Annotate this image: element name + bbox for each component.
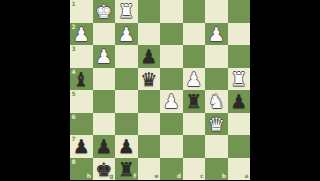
piece-black-rook[interactable]: ♜: [183, 90, 206, 113]
rank-label-6: 6: [72, 114, 76, 120]
square-c3[interactable]: [183, 45, 206, 68]
file-label-d: d: [177, 173, 181, 179]
square-e1[interactable]: [138, 0, 161, 23]
square-f1[interactable]: ♜: [115, 0, 138, 23]
square-e7[interactable]: [138, 135, 161, 158]
square-c5[interactable]: ♜: [183, 90, 206, 113]
rank-label-5: 5: [72, 91, 76, 97]
square-h6[interactable]: 6: [70, 113, 93, 136]
file-label-a: a: [244, 173, 248, 179]
piece-black-pawn[interactable]: ♟: [228, 90, 251, 113]
piece-white-pawn[interactable]: ♟: [205, 23, 228, 46]
square-d3[interactable]: [160, 45, 183, 68]
square-f5[interactable]: [115, 90, 138, 113]
square-d5[interactable]: ♟: [160, 90, 183, 113]
square-b8[interactable]: b: [205, 158, 228, 181]
square-f3[interactable]: [115, 45, 138, 68]
square-e3[interactable]: ♟: [138, 45, 161, 68]
square-f2[interactable]: ♟: [115, 23, 138, 46]
piece-white-pawn[interactable]: ♟: [93, 45, 116, 68]
square-c7[interactable]: [183, 135, 206, 158]
square-c8[interactable]: c: [183, 158, 206, 181]
rank-label-1: 1: [72, 1, 76, 7]
chess-board: 1♚♜2♟♟♟3♟♟4♝♛♟♜5♟♜♞♟6♛7♟♟♟8hg♚f♜edcba: [70, 0, 250, 180]
square-a4[interactable]: ♜: [228, 68, 251, 91]
chess-app-stage: 1♚♜2♟♟♟3♟♟4♝♛♟♜5♟♜♞♟6♛7♟♟♟8hg♚f♜edcba: [0, 0, 320, 180]
file-label-h: h: [87, 173, 91, 179]
piece-white-pawn[interactable]: ♟: [160, 90, 183, 113]
square-e8[interactable]: e: [138, 158, 161, 181]
piece-black-pawn[interactable]: ♟: [115, 135, 138, 158]
letterbox-left: [0, 0, 70, 180]
square-h8[interactable]: 8h: [70, 158, 93, 181]
piece-black-king[interactable]: ♚: [93, 158, 116, 181]
piece-black-rook[interactable]: ♜: [115, 158, 138, 181]
piece-white-knight[interactable]: ♞: [205, 90, 228, 113]
square-h4[interactable]: 4♝: [70, 68, 93, 91]
square-d8[interactable]: d: [160, 158, 183, 181]
piece-black-pawn[interactable]: ♟: [138, 45, 161, 68]
square-d1[interactable]: [160, 0, 183, 23]
square-c1[interactable]: [183, 0, 206, 23]
piece-white-pawn[interactable]: ♟: [70, 23, 93, 46]
square-g4[interactable]: [93, 68, 116, 91]
square-b7[interactable]: [205, 135, 228, 158]
square-g6[interactable]: [93, 113, 116, 136]
square-a8[interactable]: a: [228, 158, 251, 181]
square-a1[interactable]: [228, 0, 251, 23]
square-b4[interactable]: [205, 68, 228, 91]
square-h2[interactable]: 2♟: [70, 23, 93, 46]
piece-white-pawn[interactable]: ♟: [183, 68, 206, 91]
square-g7[interactable]: ♟: [93, 135, 116, 158]
square-a6[interactable]: [228, 113, 251, 136]
piece-black-pawn[interactable]: ♟: [70, 135, 93, 158]
file-label-e: e: [154, 173, 158, 179]
square-a2[interactable]: [228, 23, 251, 46]
square-e4[interactable]: ♛: [138, 68, 161, 91]
letterbox-right: [250, 0, 320, 180]
square-h1[interactable]: 1: [70, 0, 93, 23]
square-d6[interactable]: [160, 113, 183, 136]
square-e6[interactable]: [138, 113, 161, 136]
piece-white-queen[interactable]: ♛: [205, 113, 228, 136]
square-h7[interactable]: 7♟: [70, 135, 93, 158]
square-d7[interactable]: [160, 135, 183, 158]
file-label-b: b: [222, 173, 226, 179]
square-d4[interactable]: [160, 68, 183, 91]
piece-white-rook[interactable]: ♜: [115, 0, 138, 23]
square-e5[interactable]: [138, 90, 161, 113]
piece-black-bishop[interactable]: ♝: [70, 68, 93, 91]
square-a5[interactable]: ♟: [228, 90, 251, 113]
piece-black-queen[interactable]: ♛: [138, 68, 161, 91]
square-c2[interactable]: [183, 23, 206, 46]
square-b1[interactable]: [205, 0, 228, 23]
square-g5[interactable]: [93, 90, 116, 113]
piece-white-pawn[interactable]: ♟: [115, 23, 138, 46]
square-c6[interactable]: [183, 113, 206, 136]
square-f4[interactable]: [115, 68, 138, 91]
piece-white-king[interactable]: ♚: [93, 0, 116, 23]
square-h5[interactable]: 5: [70, 90, 93, 113]
square-g2[interactable]: [93, 23, 116, 46]
square-c4[interactable]: ♟: [183, 68, 206, 91]
square-f7[interactable]: ♟: [115, 135, 138, 158]
square-b6[interactable]: ♛: [205, 113, 228, 136]
square-g1[interactable]: ♚: [93, 0, 116, 23]
square-b3[interactable]: [205, 45, 228, 68]
file-label-c: c: [200, 173, 204, 179]
square-b5[interactable]: ♞: [205, 90, 228, 113]
rank-label-3: 3: [72, 46, 76, 52]
square-a7[interactable]: [228, 135, 251, 158]
square-a3[interactable]: [228, 45, 251, 68]
square-f6[interactable]: [115, 113, 138, 136]
square-f8[interactable]: f♜: [115, 158, 138, 181]
piece-white-rook[interactable]: ♜: [228, 68, 251, 91]
square-g8[interactable]: g♚: [93, 158, 116, 181]
square-h3[interactable]: 3: [70, 45, 93, 68]
square-b2[interactable]: ♟: [205, 23, 228, 46]
rank-label-8: 8: [72, 159, 76, 165]
square-e2[interactable]: [138, 23, 161, 46]
square-g3[interactable]: ♟: [93, 45, 116, 68]
piece-black-pawn[interactable]: ♟: [93, 135, 116, 158]
square-d2[interactable]: [160, 23, 183, 46]
